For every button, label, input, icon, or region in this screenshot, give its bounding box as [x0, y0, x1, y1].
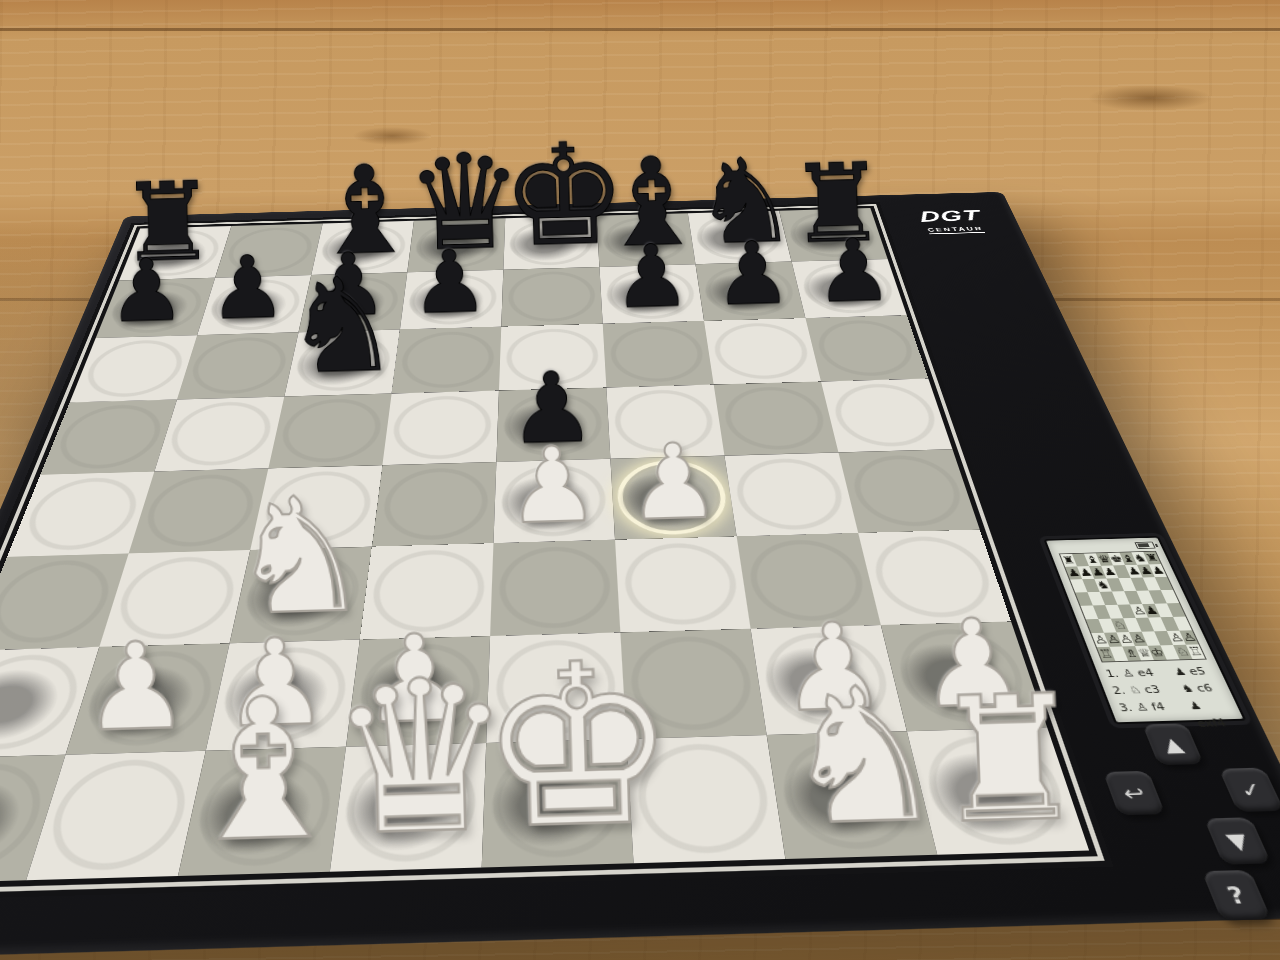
move-number: 3.	[1116, 698, 1147, 734]
back-button[interactable]: ↩	[1103, 771, 1165, 816]
mini-square-f1	[1160, 645, 1179, 660]
mini-square-f2	[1154, 631, 1173, 645]
mini-square-d2: ♙	[1129, 632, 1148, 646]
piece-white-queen-d1[interactable]: ♛	[326, 651, 482, 865]
mini-square-c7: ♟	[1089, 566, 1106, 579]
mini-square-g3	[1161, 617, 1180, 631]
square-d7: ♟	[400, 270, 503, 330]
mini-board-diagram: ♜♝♛♚♝♞♜♟♟♟♟♟♟♟♞♙♟♘♙♙♙♙♙♙♖♗♕♔♘♖	[1059, 551, 1207, 663]
mini-square-e2	[1142, 631, 1161, 645]
piece-white-king-e1[interactable]: ♚	[476, 634, 633, 861]
square-a5	[40, 399, 177, 474]
brand-label: DGT	[893, 206, 1007, 226]
mini-square-d4	[1117, 604, 1135, 618]
mini-square-a4	[1080, 605, 1098, 619]
mini-square-h3	[1173, 617, 1192, 631]
mini-square-c2: ♙	[1116, 632, 1135, 646]
black-move: ♟ e5	[1171, 662, 1220, 680]
square-h4	[838, 449, 979, 533]
square-g1: ♞	[767, 731, 938, 859]
piece-black-pawn-g7[interactable]: ♟	[701, 229, 805, 318]
mini-square-d6	[1106, 578, 1124, 591]
mini-square-f6	[1131, 578, 1149, 591]
square-d1: ♛	[330, 743, 486, 872]
mini-square-d8: ♛	[1096, 553, 1113, 566]
mini-square-b1	[1110, 646, 1129, 661]
black-move: ♞ c6	[1178, 679, 1227, 697]
mini-square-b7: ♟	[1077, 566, 1094, 579]
mini-square-e7	[1113, 565, 1131, 578]
mini-square-g4	[1155, 603, 1174, 617]
mini-square-b3	[1098, 619, 1116, 633]
mini-square-e6	[1119, 578, 1137, 591]
mini-square-e4: ♙	[1130, 604, 1148, 618]
square-f6	[603, 321, 714, 387]
white-move: ♙ f4	[1133, 697, 1201, 734]
battery-icon	[1134, 542, 1155, 549]
white-move: ♘ c3	[1126, 680, 1186, 698]
square-b6	[177, 332, 299, 399]
square-h7: ♟	[792, 259, 907, 318]
mini-square-h7: ♟	[1149, 564, 1167, 577]
piece-white-rook-a1[interactable]: ♜	[0, 701, 28, 878]
mini-square-d7: ♟	[1101, 565, 1118, 578]
mini-square-c5	[1100, 592, 1118, 606]
playing-surface: ♜♝♛♚♝♞♜♟♟♟♟♟♟♟♞♟♟♟♞♟♟♟♟♟♟♜♝♛♚♞♜	[0, 208, 1089, 884]
square-e1: ♚	[482, 739, 634, 868]
dgt-logo: DGT CENTAUR	[892, 206, 1014, 235]
mini-square-e5	[1124, 591, 1142, 605]
mini-square-h5	[1161, 590, 1179, 604]
square-f4: ♟	[610, 456, 736, 540]
square-f7: ♟	[599, 264, 704, 324]
mini-square-g2: ♙	[1167, 631, 1186, 645]
mini-square-a8: ♜	[1060, 554, 1077, 567]
mini-square-d1: ♕	[1135, 646, 1154, 661]
mini-square-e3	[1136, 618, 1155, 632]
piece-black-pawn-f7[interactable]: ♟	[600, 232, 704, 321]
board-grid: ♜♝♛♚♝♞♜♟♟♟♟♟♟♟♞♟♟♟♞♟♟♟♟♟♟♜♝♛♚♞♜	[0, 208, 1089, 884]
mini-square-f4: ♟	[1142, 604, 1160, 618]
mini-square-f8: ♝	[1119, 552, 1136, 565]
wooden-table-background: { "game": "chess", "device": { "brand": …	[0, 0, 1280, 960]
up-button[interactable]: ▲	[1142, 723, 1204, 765]
dgt-centaur-board: ♜♝♛♚♝♞♜♟♟♟♟♟♟♟♞♟♟♟♞♟♟♟♟♟♟♜♝♛♚♞♜ DGT CENT…	[0, 192, 1280, 960]
black-move: ♟ exf4	[1186, 696, 1244, 732]
mini-square-g6	[1143, 577, 1161, 590]
move-number: 2.	[1109, 681, 1132, 698]
mini-square-b2: ♙	[1104, 632, 1122, 646]
square-h5	[821, 378, 952, 452]
mini-square-e1: ♔	[1148, 645, 1167, 660]
square-c1: ♝	[178, 747, 346, 876]
square-h1: ♜	[907, 727, 1089, 855]
move-row: 1. ♙ e4 ♟ e5	[1103, 662, 1220, 682]
mini-square-h2: ♙	[1179, 630, 1198, 644]
mini-square-b5	[1087, 592, 1105, 606]
piece-black-king-e8[interactable]: ♚	[500, 125, 599, 267]
model-label: CENTAUR	[927, 226, 985, 235]
mini-square-a3	[1086, 619, 1104, 633]
square-e7	[501, 267, 602, 327]
mini-square-d3	[1123, 618, 1141, 632]
button-pad: ▲ ↩ ✓ ▼ ?	[1079, 721, 1280, 922]
mini-square-c4	[1105, 605, 1123, 619]
mini-square-g7: ♟	[1137, 564, 1155, 577]
mini-square-b6	[1082, 579, 1099, 592]
mini-square-c1: ♗	[1122, 646, 1141, 661]
mini-square-f5	[1136, 590, 1154, 604]
mini-square-a1: ♖	[1097, 647, 1116, 662]
mini-square-e8: ♚	[1108, 553, 1125, 566]
white-move: ♙ e4	[1119, 663, 1178, 681]
mini-square-f3	[1148, 617, 1167, 631]
piece-white-rook-h1[interactable]: ♜	[929, 671, 1086, 848]
piece-black-pawn-d7[interactable]: ♟	[398, 238, 501, 327]
piece-black-pawn-h7[interactable]: ♟	[802, 226, 906, 315]
move-number: 1.	[1103, 665, 1126, 682]
mini-square-b4	[1093, 605, 1111, 619]
mini-square-c6: ♞	[1094, 579, 1112, 592]
square-g6	[704, 318, 821, 384]
piece-white-pawn-f4[interactable]: ♟	[612, 428, 736, 535]
mini-square-h1: ♖	[1186, 644, 1205, 659]
down-button[interactable]: ▼	[1204, 817, 1271, 864]
piece-black-knight-c6[interactable]: ♞	[282, 260, 392, 393]
square-d4	[372, 462, 497, 547]
mini-square-g5	[1149, 590, 1167, 604]
square-g4	[724, 453, 858, 537]
mini-square-c3: ♘	[1111, 618, 1129, 632]
mini-square-g1: ♘	[1173, 645, 1192, 660]
mini-square-h4	[1167, 603, 1186, 617]
move-row: 2. ♘ c3 ♞ c6	[1109, 679, 1227, 699]
piece-white-knight-g1[interactable]: ♞	[778, 662, 935, 852]
mini-square-a2: ♙	[1091, 633, 1109, 647]
mini-square-h6	[1155, 577, 1173, 590]
mini-square-d5	[1112, 591, 1130, 605]
mini-square-a5	[1075, 592, 1093, 606]
help-button[interactable]: ?	[1202, 870, 1272, 921]
square-h6	[805, 315, 928, 381]
scene: ♜♝♛♚♝♞♜♟♟♟♟♟♟♟♞♟♟♟♞♟♟♟♟♟♟♜♝♛♚♞♜ DGT CENT…	[0, 0, 1280, 960]
piece-white-bishop-c1[interactable]: ♝	[176, 671, 331, 869]
mini-square-a6	[1070, 579, 1087, 592]
square-d5	[382, 390, 499, 465]
square-c6: ♞	[284, 330, 400, 397]
mini-square-f7: ♟	[1125, 565, 1143, 578]
square-e8: ♚	[503, 216, 599, 270]
mini-square-b8	[1072, 554, 1089, 567]
confirm-button[interactable]: ✓	[1219, 768, 1280, 812]
square-g7: ♟	[696, 262, 806, 321]
square-b5	[154, 396, 284, 471]
mini-square-c8: ♝	[1084, 553, 1101, 566]
move-row: 3. ♙ f4 ♟ exf4	[1116, 696, 1244, 734]
square-d6	[392, 327, 502, 394]
piece-black-pawn-a7[interactable]: ♟	[96, 246, 199, 335]
move-list: 1. ♙ e4 ♟ e5 2. ♘ c3 ♞ c6 3. ♙ f4 ♟ exf4	[1103, 662, 1244, 734]
mini-square-a7: ♟	[1065, 566, 1082, 579]
mini-square-g8: ♞	[1131, 552, 1149, 565]
mini-square-h8: ♜	[1143, 552, 1161, 565]
square-c5	[268, 393, 391, 468]
square-e4: ♟	[493, 459, 615, 543]
piece-white-pawn-e4[interactable]: ♟	[491, 432, 615, 539]
